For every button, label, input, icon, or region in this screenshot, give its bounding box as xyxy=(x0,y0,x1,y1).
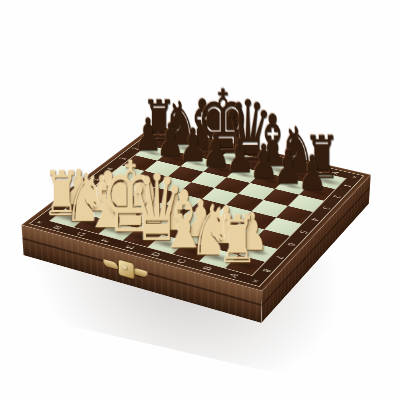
product-photo: HGFEDCBAHGFEDCBA1234567812345678✕✕✕✕ ♜♞♝… xyxy=(0,0,400,400)
chess-board-box: HGFEDCBAHGFEDCBA1234567812345678✕✕✕✕ ♜♞♝… xyxy=(22,125,371,291)
rook-glyph: ♜ xyxy=(193,206,283,272)
chess-set-scene: HGFEDCBAHGFEDCBA1234567812345678✕✕✕✕ ♜♞♝… xyxy=(0,0,400,400)
latch-right-wing xyxy=(133,267,148,278)
latch-left-wing xyxy=(103,259,118,269)
